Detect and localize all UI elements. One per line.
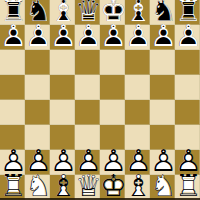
chess-board: ♜♖♞♘♝♗♛♕♚♔♝♗♞♘♜♖♟♙♟♙♟♙♟♙♟♙♟♙♟♙♟♙♟♙♟♙♟♙♟♙…	[0, 0, 200, 200]
piece-white-pawn: ♟♙	[175, 150, 200, 175]
square-d6[interactable]	[75, 50, 100, 75]
square-e1[interactable]: ♚♔	[100, 175, 125, 200]
square-e4[interactable]	[100, 100, 125, 125]
square-h7[interactable]: ♟♙	[175, 25, 200, 50]
piece-white-knight: ♞♘	[150, 175, 175, 200]
piece-white-pawn: ♟♙	[125, 150, 150, 175]
square-b7[interactable]: ♟♙	[25, 25, 50, 50]
piece-black-pawn: ♟♙	[150, 25, 175, 50]
piece-black-king: ♚♔	[100, 0, 125, 25]
piece-black-pawn: ♟♙	[175, 25, 200, 50]
square-c2[interactable]: ♟♙	[50, 150, 75, 175]
square-e2[interactable]: ♟♙	[100, 150, 125, 175]
piece-black-pawn: ♟♙	[75, 25, 100, 50]
square-a2[interactable]: ♟♙	[0, 150, 25, 175]
square-d4[interactable]	[75, 100, 100, 125]
piece-white-rook: ♜♖	[0, 175, 25, 200]
square-g1[interactable]: ♞♘	[150, 175, 175, 200]
square-a8[interactable]: ♜♖	[0, 0, 25, 25]
square-f1[interactable]: ♝♗	[125, 175, 150, 200]
square-b2[interactable]: ♟♙	[25, 150, 50, 175]
square-a3[interactable]	[0, 125, 25, 150]
square-g5[interactable]	[150, 75, 175, 100]
piece-white-rook: ♜♖	[175, 175, 200, 200]
piece-black-pawn: ♟♙	[0, 25, 25, 50]
square-e6[interactable]	[100, 50, 125, 75]
square-a6[interactable]	[0, 50, 25, 75]
piece-black-bishop: ♝♗	[50, 0, 75, 25]
piece-white-bishop: ♝♗	[125, 175, 150, 200]
square-d5[interactable]	[75, 75, 100, 100]
piece-black-knight: ♞♘	[150, 0, 175, 25]
square-g2[interactable]: ♟♙	[150, 150, 175, 175]
square-e7[interactable]: ♟♙	[100, 25, 125, 50]
square-a7[interactable]: ♟♙	[0, 25, 25, 50]
piece-black-bishop: ♝♗	[125, 0, 150, 25]
square-f6[interactable]	[125, 50, 150, 75]
square-h2[interactable]: ♟♙	[175, 150, 200, 175]
piece-white-bishop: ♝♗	[50, 175, 75, 200]
square-a1[interactable]: ♜♖	[0, 175, 25, 200]
square-b6[interactable]	[25, 50, 50, 75]
square-e8[interactable]: ♚♔	[100, 0, 125, 25]
square-g6[interactable]	[150, 50, 175, 75]
square-c3[interactable]	[50, 125, 75, 150]
piece-black-rook: ♜♖	[0, 0, 25, 25]
piece-black-pawn: ♟♙	[50, 25, 75, 50]
piece-black-queen: ♛♕	[75, 0, 100, 25]
piece-black-pawn: ♟♙	[25, 25, 50, 50]
square-c7[interactable]: ♟♙	[50, 25, 75, 50]
square-c5[interactable]	[50, 75, 75, 100]
square-a5[interactable]	[0, 75, 25, 100]
square-b8[interactable]: ♞♘	[25, 0, 50, 25]
piece-white-king: ♚♔	[100, 175, 125, 200]
piece-white-knight: ♞♘	[25, 175, 50, 200]
piece-white-queen: ♛♕	[75, 175, 100, 200]
square-h6[interactable]	[175, 50, 200, 75]
square-b3[interactable]	[25, 125, 50, 150]
square-d1[interactable]: ♛♕	[75, 175, 100, 200]
square-e5[interactable]	[100, 75, 125, 100]
square-d7[interactable]: ♟♙	[75, 25, 100, 50]
square-f4[interactable]	[125, 100, 150, 125]
piece-black-rook: ♜♖	[175, 0, 200, 25]
square-b4[interactable]	[25, 100, 50, 125]
square-c4[interactable]	[50, 100, 75, 125]
piece-white-pawn: ♟♙	[100, 150, 125, 175]
square-h1[interactable]: ♜♖	[175, 175, 200, 200]
square-h8[interactable]: ♜♖	[175, 0, 200, 25]
square-d8[interactable]: ♛♕	[75, 0, 100, 25]
piece-black-knight: ♞♘	[25, 0, 50, 25]
square-f8[interactable]: ♝♗	[125, 0, 150, 25]
square-g8[interactable]: ♞♘	[150, 0, 175, 25]
piece-black-pawn: ♟♙	[125, 25, 150, 50]
square-d3[interactable]	[75, 125, 100, 150]
piece-white-pawn: ♟♙	[75, 150, 100, 175]
square-e3[interactable]	[100, 125, 125, 150]
square-d2[interactable]: ♟♙	[75, 150, 100, 175]
square-a4[interactable]	[0, 100, 25, 125]
square-c1[interactable]: ♝♗	[50, 175, 75, 200]
square-c8[interactable]: ♝♗	[50, 0, 75, 25]
square-c6[interactable]	[50, 50, 75, 75]
piece-white-pawn: ♟♙	[25, 150, 50, 175]
piece-black-pawn: ♟♙	[100, 25, 125, 50]
square-f2[interactable]: ♟♙	[125, 150, 150, 175]
piece-white-pawn: ♟♙	[150, 150, 175, 175]
square-g7[interactable]: ♟♙	[150, 25, 175, 50]
square-b1[interactable]: ♞♘	[25, 175, 50, 200]
square-h5[interactable]	[175, 75, 200, 100]
square-b5[interactable]	[25, 75, 50, 100]
square-f5[interactable]	[125, 75, 150, 100]
square-f7[interactable]: ♟♙	[125, 25, 150, 50]
piece-white-pawn: ♟♙	[0, 150, 25, 175]
square-f3[interactable]	[125, 125, 150, 150]
square-g4[interactable]	[150, 100, 175, 125]
square-h3[interactable]	[175, 125, 200, 150]
square-h4[interactable]	[175, 100, 200, 125]
square-g3[interactable]	[150, 125, 175, 150]
piece-white-pawn: ♟♙	[50, 150, 75, 175]
